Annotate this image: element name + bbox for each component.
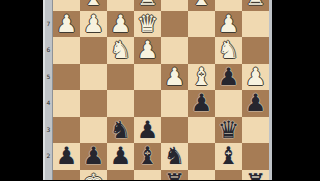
square-b2[interactable]: ♟ xyxy=(80,143,107,170)
square-e6[interactable] xyxy=(161,37,188,64)
square-c5[interactable] xyxy=(107,64,134,91)
square-b6[interactable] xyxy=(80,37,107,64)
square-g6[interactable]: ♞ xyxy=(215,37,242,64)
square-a6[interactable] xyxy=(53,37,80,64)
square-a2[interactable]: ♟ xyxy=(53,143,80,170)
white-pawn: ♟ xyxy=(53,11,80,38)
square-d2[interactable]: ♝ xyxy=(134,143,161,170)
white-pawn: ♟ xyxy=(161,64,188,91)
square-c3[interactable]: ♞ xyxy=(107,117,134,144)
white-knight: ♞ xyxy=(215,37,242,64)
square-g3[interactable]: ♛ xyxy=(215,117,242,144)
square-f2[interactable] xyxy=(188,143,215,170)
white-bishop: ♝ xyxy=(188,0,215,11)
rank-label-5: 5 xyxy=(45,64,52,91)
white-pawn: ♟ xyxy=(107,11,134,38)
square-b5[interactable] xyxy=(80,64,107,91)
square-c2[interactable]: ♟ xyxy=(107,143,134,170)
black-pawn: ♟ xyxy=(242,90,269,117)
square-d1[interactable] xyxy=(134,170,161,181)
square-a4[interactable] xyxy=(53,90,80,117)
square-c1[interactable] xyxy=(107,170,134,181)
square-a3[interactable] xyxy=(53,117,80,144)
white-queen: ♛ xyxy=(134,11,161,38)
black-rook: ♜ xyxy=(242,170,269,181)
square-b3[interactable] xyxy=(80,117,107,144)
square-g4[interactable] xyxy=(215,90,242,117)
black-pawn: ♟ xyxy=(134,117,161,144)
square-e2[interactable]: ♞ xyxy=(161,143,188,170)
square-a7[interactable]: ♟ xyxy=(53,11,80,38)
square-b7[interactable]: ♟ xyxy=(80,11,107,38)
square-h8[interactable]: ♜ xyxy=(242,0,269,11)
white-knight: ♞ xyxy=(107,37,134,64)
square-f3[interactable] xyxy=(188,117,215,144)
square-a5[interactable] xyxy=(53,64,80,91)
black-pawn: ♟ xyxy=(53,143,80,170)
square-h1[interactable]: ♜ xyxy=(242,170,269,181)
square-c8[interactable] xyxy=(107,0,134,11)
white-king: ♚ xyxy=(80,170,107,181)
square-h5[interactable]: ♟ xyxy=(242,64,269,91)
square-d4[interactable] xyxy=(134,90,161,117)
square-d7[interactable]: ♛ xyxy=(134,11,161,38)
black-pawn: ♟ xyxy=(188,90,215,117)
white-bishop: ♝ xyxy=(188,64,215,91)
black-bishop: ♝ xyxy=(134,143,161,170)
square-e5[interactable]: ♟ xyxy=(161,64,188,91)
white-rook: ♜ xyxy=(242,0,269,11)
white-bishop: ♝ xyxy=(80,0,107,11)
black-bishop: ♝ xyxy=(215,143,242,170)
chess-board: ♝♜♝♜♟♟♟♛♟♞♟♞♟♝♟♟♟♟♞♟♛♟♟♟♝♞♝♚♜♜ xyxy=(53,0,269,180)
white-pawn: ♟ xyxy=(215,11,242,38)
black-pawn: ♟ xyxy=(80,143,107,170)
rank-label-strip: 87654321 xyxy=(43,0,53,180)
square-a1[interactable] xyxy=(53,170,80,181)
white-pawn: ♟ xyxy=(134,37,161,64)
square-c6[interactable]: ♞ xyxy=(107,37,134,64)
board-right-edge xyxy=(269,0,272,180)
square-e8[interactable] xyxy=(161,0,188,11)
rank-label-3: 3 xyxy=(45,117,52,144)
black-pawn: ♟ xyxy=(215,64,242,91)
square-h3[interactable] xyxy=(242,117,269,144)
square-h7[interactable] xyxy=(242,11,269,38)
square-f7[interactable] xyxy=(188,11,215,38)
rank-label-7: 7 xyxy=(45,11,52,38)
square-e1[interactable]: ♜ xyxy=(161,170,188,181)
white-pawn: ♟ xyxy=(80,11,107,38)
rank-label-6: 6 xyxy=(45,37,52,64)
video-frame: ♝♜♝♜♟♟♟♛♟♞♟♞♟♝♟♟♟♟♞♟♛♟♟♟♝♞♝♚♜♜ 87654321 xyxy=(0,0,320,180)
square-e7[interactable] xyxy=(161,11,188,38)
white-pawn: ♟ xyxy=(242,64,269,91)
square-h4[interactable]: ♟ xyxy=(242,90,269,117)
rank-label-4: 4 xyxy=(45,90,52,117)
rank-label-8: 8 xyxy=(45,0,52,11)
white-rook: ♜ xyxy=(134,0,161,11)
rank-label-1: 1 xyxy=(45,170,52,181)
square-b4[interactable] xyxy=(80,90,107,117)
black-queen: ♛ xyxy=(215,117,242,144)
square-h6[interactable] xyxy=(242,37,269,64)
square-b1[interactable]: ♚ xyxy=(80,170,107,181)
square-c7[interactable]: ♟ xyxy=(107,11,134,38)
rank-label-2: 2 xyxy=(45,143,52,170)
black-knight: ♞ xyxy=(107,117,134,144)
square-g1[interactable] xyxy=(215,170,242,181)
square-g8[interactable] xyxy=(215,0,242,11)
square-d5[interactable] xyxy=(134,64,161,91)
square-e4[interactable] xyxy=(161,90,188,117)
square-c4[interactable] xyxy=(107,90,134,117)
square-d6[interactable]: ♟ xyxy=(134,37,161,64)
square-h2[interactable] xyxy=(242,143,269,170)
square-d3[interactable]: ♟ xyxy=(134,117,161,144)
square-f5[interactable]: ♝ xyxy=(188,64,215,91)
square-g2[interactable]: ♝ xyxy=(215,143,242,170)
square-g5[interactable]: ♟ xyxy=(215,64,242,91)
square-f6[interactable] xyxy=(188,37,215,64)
black-knight: ♞ xyxy=(161,143,188,170)
square-e3[interactable] xyxy=(161,117,188,144)
letterbox-left-bar xyxy=(0,0,43,180)
square-f1[interactable] xyxy=(188,170,215,181)
square-b8[interactable]: ♝ xyxy=(80,0,107,11)
square-a8[interactable] xyxy=(53,0,80,11)
letterbox-right-bar xyxy=(272,0,320,180)
square-g7[interactable]: ♟ xyxy=(215,11,242,38)
black-rook: ♜ xyxy=(161,170,188,181)
square-f4[interactable]: ♟ xyxy=(188,90,215,117)
square-f8[interactable]: ♝ xyxy=(188,0,215,11)
black-pawn: ♟ xyxy=(107,143,134,170)
square-d8[interactable]: ♜ xyxy=(134,0,161,11)
